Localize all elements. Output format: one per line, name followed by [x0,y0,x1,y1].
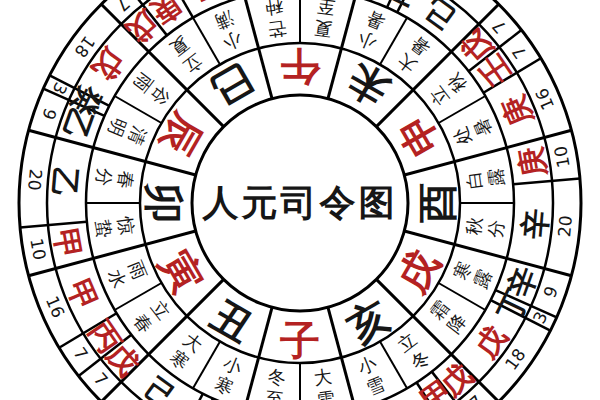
solar-term-char: 惊 [114,215,136,236]
day-count-cell: 20 [24,168,46,191]
solar-term-char: 至 [264,388,284,400]
solar-term-char: 白 [463,170,485,190]
solar-term-char: 种 [264,0,284,18]
branch-cell: 子 [279,318,320,363]
command-wheel-svg: 寅立春雨水戊7丙7甲16卯惊蛰春分甲10乙20辰清明谷雨乙9癸3戊18巳立夏小满… [0,0,600,400]
branch-cell: 卯 [141,182,186,223]
chart-title: 人元司令图 [202,183,398,223]
solar-term-char: 分 [485,219,507,239]
solar-term-char: 分 [93,167,115,187]
solar-term-char: 露 [485,167,507,187]
branch-cell: 酉 [415,183,460,223]
solar-term-char: 春 [114,170,136,190]
solar-term-char: 秋 [463,216,485,236]
stem-cell: 甲 [49,226,87,261]
solar-term-char: 芒 [267,17,287,39]
stem-cell: 乙 [47,166,82,199]
day-count-cell: 20 [554,215,576,238]
solar-term-char: 大 [313,366,333,388]
stem-cell: 辛 [517,207,553,241]
stem-cell: 庚 [514,144,552,180]
solar-term-char: 夏 [313,17,333,39]
renyuan-siling-chart: 寅立春雨水戊7丙7甲16卯惊蛰春分甲10乙20辰清明谷雨乙9癸3戊18巳立夏小满… [0,0,600,400]
branch-cell: 午 [280,44,321,89]
solar-term-char: 至 [316,0,336,18]
solar-term-char: 蛰 [93,219,115,239]
day-count-cell: 10 [26,237,49,262]
solar-term-char: 雪 [316,388,336,400]
solar-term-char: 冬 [267,366,287,388]
day-count-cell: 10 [550,144,573,169]
